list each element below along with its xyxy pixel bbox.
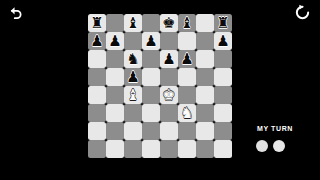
square-a8[interactable]: ♜ (88, 14, 106, 32)
square-b4[interactable] (106, 86, 124, 104)
square-b2[interactable] (106, 122, 124, 140)
piece-black-pawn: ♟ (162, 50, 175, 68)
square-c8[interactable]: ♝ (124, 14, 142, 32)
turn-indicator-circle-2 (273, 140, 285, 152)
piece-black-rook: ♜ (90, 14, 103, 32)
square-g5[interactable] (196, 68, 214, 86)
square-e8[interactable]: ♚ (160, 14, 178, 32)
square-b6[interactable] (106, 50, 124, 68)
square-d1[interactable] (142, 140, 160, 158)
square-a6[interactable] (88, 50, 106, 68)
square-e2[interactable] (160, 122, 178, 140)
square-c1[interactable] (124, 140, 142, 158)
piece-black-pawn: ♟ (126, 68, 139, 86)
square-c4[interactable]: ♝ (124, 86, 142, 104)
square-a5[interactable] (88, 68, 106, 86)
square-h3[interactable] (214, 104, 232, 122)
square-f1[interactable] (178, 140, 196, 158)
square-g3[interactable] (196, 104, 214, 122)
square-f2[interactable] (178, 122, 196, 140)
square-d5[interactable] (142, 68, 160, 86)
restart-button[interactable] (294, 4, 311, 21)
square-g2[interactable] (196, 122, 214, 140)
piece-black-pawn: ♟ (216, 32, 229, 50)
square-e4[interactable]: ♚ (160, 86, 178, 104)
square-d2[interactable] (142, 122, 160, 140)
square-c2[interactable] (124, 122, 142, 140)
piece-white-bishop: ♝ (126, 86, 139, 104)
restart-circular-arrow-icon (294, 9, 311, 24)
square-g6[interactable] (196, 50, 214, 68)
square-g1[interactable] (196, 140, 214, 158)
undo-back-arrow-icon (8, 8, 23, 23)
square-a1[interactable] (88, 140, 106, 158)
piece-black-pawn: ♟ (180, 50, 193, 68)
square-d7[interactable]: ♟ (142, 32, 160, 50)
square-d6[interactable] (142, 50, 160, 68)
square-h6[interactable] (214, 50, 232, 68)
piece-white-knight: ♞ (180, 104, 193, 122)
square-e5[interactable] (160, 68, 178, 86)
square-h2[interactable] (214, 122, 232, 140)
piece-black-king: ♚ (162, 14, 175, 32)
square-b3[interactable] (106, 104, 124, 122)
square-d8[interactable] (142, 14, 160, 32)
square-c7[interactable] (124, 32, 142, 50)
square-f8[interactable]: ♝ (178, 14, 196, 32)
square-e1[interactable] (160, 140, 178, 158)
square-g7[interactable] (196, 32, 214, 50)
square-f7[interactable] (178, 32, 196, 50)
square-a3[interactable] (88, 104, 106, 122)
piece-black-bishop: ♝ (180, 14, 193, 32)
square-f6[interactable]: ♟ (178, 50, 196, 68)
square-d3[interactable] (142, 104, 160, 122)
square-e7[interactable] (160, 32, 178, 50)
square-a2[interactable] (88, 122, 106, 140)
square-d4[interactable] (142, 86, 160, 104)
square-c5[interactable]: ♟ (124, 68, 142, 86)
piece-black-pawn: ♟ (108, 32, 121, 50)
square-a7[interactable]: ♟ (88, 32, 106, 50)
piece-black-bishop: ♝ (126, 14, 139, 32)
square-f5[interactable] (178, 68, 196, 86)
turn-status-label: MY TURN (257, 125, 293, 132)
square-a4[interactable] (88, 86, 106, 104)
square-c3[interactable] (124, 104, 142, 122)
back-button[interactable] (8, 6, 23, 20)
square-h7[interactable]: ♟ (214, 32, 232, 50)
turn-indicator (256, 140, 285, 152)
square-b7[interactable]: ♟ (106, 32, 124, 50)
square-g8[interactable] (196, 14, 214, 32)
square-b8[interactable] (106, 14, 124, 32)
square-e6[interactable]: ♟ (160, 50, 178, 68)
piece-white-king: ♚ (162, 86, 175, 104)
square-b5[interactable] (106, 68, 124, 86)
square-h8[interactable]: ♜ (214, 14, 232, 32)
square-e3[interactable] (160, 104, 178, 122)
piece-black-pawn: ♟ (144, 32, 157, 50)
square-g4[interactable] (196, 86, 214, 104)
square-b1[interactable] (106, 140, 124, 158)
square-h5[interactable] (214, 68, 232, 86)
piece-black-rook: ♜ (216, 14, 229, 32)
square-h1[interactable] (214, 140, 232, 158)
piece-black-knight: ♞ (126, 50, 139, 68)
chess-board: ♜♝♚♝♜♟♟♟♟♞♟♟♟♝♚♞ (88, 14, 232, 158)
square-h4[interactable] (214, 86, 232, 104)
square-c6[interactable]: ♞ (124, 50, 142, 68)
piece-black-pawn: ♟ (90, 32, 103, 50)
turn-indicator-circle-1 (256, 140, 268, 152)
square-f4[interactable] (178, 86, 196, 104)
square-f3[interactable]: ♞ (178, 104, 196, 122)
